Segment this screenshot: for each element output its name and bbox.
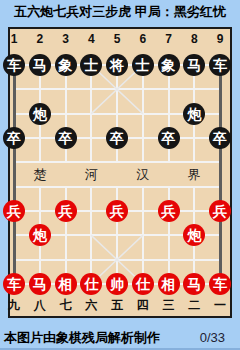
piece-red[interactable]: 相 (55, 273, 77, 295)
status-counter: 0/33 (200, 330, 225, 345)
piece-black[interactable]: 象 (158, 54, 180, 76)
file-label-bottom: 五 (107, 297, 127, 314)
file-label-top: 7 (159, 32, 179, 46)
file-label-top: 1 (4, 32, 24, 46)
piece-red[interactable]: 炮 (29, 224, 51, 246)
file-label-top: 3 (56, 32, 76, 46)
file-label-top: 8 (184, 32, 204, 46)
file-label-bottom: 三 (159, 297, 179, 314)
xiangqi-board[interactable]: 123456789九八七六五四三二一楚河汉界车马象士将士象马车炮炮卒卒卒卒卒兵兵… (8, 27, 232, 318)
file-label-bottom: 四 (133, 297, 153, 314)
piece-black[interactable]: 卒 (3, 127, 25, 149)
file-label-bottom: 一 (210, 297, 230, 314)
piece-black[interactable]: 马 (29, 54, 51, 76)
river-text-char: 楚 (32, 166, 48, 184)
piece-red[interactable]: 兵 (209, 200, 231, 222)
page-background: { "game": "xiangqi", "position": { "fen"… (0, 0, 240, 350)
piece-black[interactable]: 卒 (106, 127, 128, 149)
piece-black[interactable]: 将 (106, 54, 128, 76)
piece-red[interactable]: 兵 (3, 200, 25, 222)
piece-red[interactable]: 车 (209, 273, 231, 295)
file-label-bottom: 六 (81, 297, 101, 314)
page-title: 五六炮七兵对三步虎 甲局：黑劣红忧 (0, 3, 240, 21)
file-label-top: 9 (210, 32, 230, 46)
piece-red[interactable]: 相 (158, 273, 180, 295)
piece-red[interactable]: 兵 (106, 200, 128, 222)
file-label-bottom: 七 (56, 297, 76, 314)
piece-black[interactable]: 车 (209, 54, 231, 76)
file-label-top: 5 (107, 32, 127, 46)
file-label-top: 6 (133, 32, 153, 46)
river-text-char: 河 (83, 166, 99, 184)
river-text-char: 界 (186, 166, 202, 184)
piece-black[interactable]: 车 (3, 54, 25, 76)
file-label-top: 4 (81, 32, 101, 46)
file-label-bottom: 八 (30, 297, 50, 314)
piece-black[interactable]: 炮 (29, 103, 51, 125)
piece-black[interactable]: 士 (132, 54, 154, 76)
piece-black[interactable]: 卒 (158, 127, 180, 149)
river-text-char: 汉 (135, 166, 151, 184)
file-label-bottom: 二 (184, 297, 204, 314)
piece-red[interactable]: 帅 (106, 273, 128, 295)
piece-red[interactable]: 马 (29, 273, 51, 295)
piece-black[interactable]: 象 (55, 54, 77, 76)
piece-black[interactable]: 卒 (209, 127, 231, 149)
piece-red[interactable]: 兵 (55, 200, 77, 222)
status-credit: 本图片由象棋残局解析制作 (4, 329, 160, 347)
piece-red[interactable]: 仕 (132, 273, 154, 295)
piece-black[interactable]: 炮 (183, 103, 205, 125)
piece-red[interactable]: 兵 (158, 200, 180, 222)
file-label-bottom: 九 (4, 297, 24, 314)
piece-red[interactable]: 车 (3, 273, 25, 295)
file-label-top: 2 (30, 32, 50, 46)
piece-black[interactable]: 卒 (55, 127, 77, 149)
